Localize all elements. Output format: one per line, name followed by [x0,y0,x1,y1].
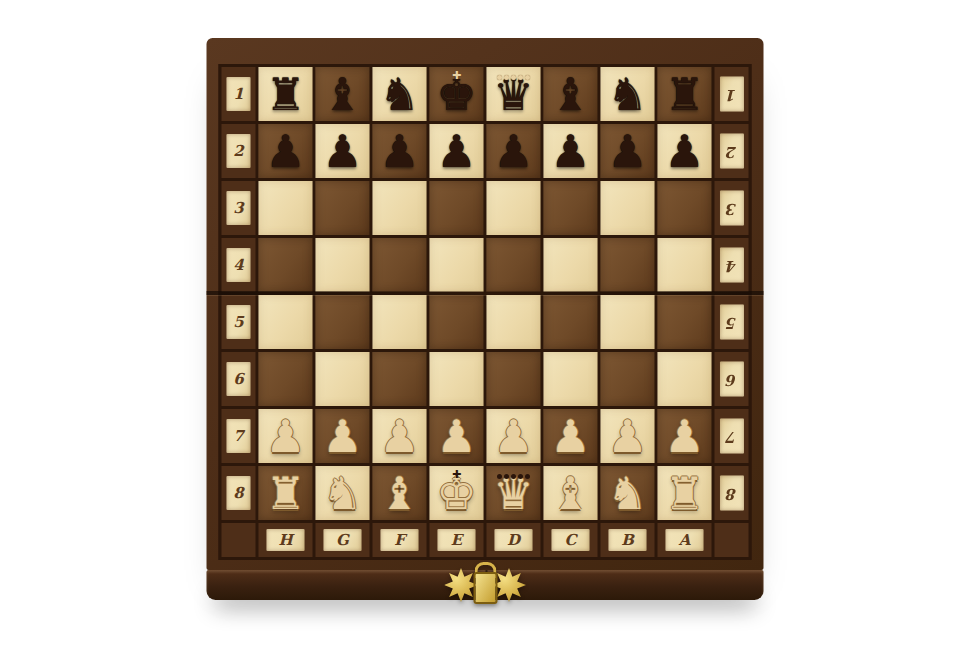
square-c8[interactable]: ♝ [544,466,598,520]
square-g2[interactable]: ♟ [316,124,370,178]
square-c5[interactable] [544,295,598,349]
file-label-H: H [259,523,313,557]
square-g3[interactable] [316,181,370,235]
file-label-text: F [380,529,419,551]
square-b7[interactable]: ♟ [601,409,655,463]
piece-dark-rook[interactable]: ♜ [664,72,704,117]
queen-coronet-balls-icon [497,474,530,479]
square-h7[interactable]: ♟ [259,409,313,463]
square-a8[interactable]: ♜ [658,466,712,520]
square-d6[interactable] [487,352,541,406]
rank-label-text: 6 [719,362,743,397]
piece-light-rook[interactable]: ♜ [265,471,305,516]
file-label-A: A [658,523,712,557]
piece-dark-pawn[interactable]: ♟ [436,129,476,174]
clasp-star-plate-icon [492,568,526,602]
square-h1[interactable]: ♜ [259,67,313,121]
piece-dark-knight[interactable]: ♞ [379,72,419,117]
rank-label-left-7: 7 [222,409,256,463]
square-h6[interactable] [259,352,313,406]
square-e5[interactable] [430,295,484,349]
piece-dark-pawn[interactable]: ♟ [379,129,419,174]
square-d2[interactable]: ♟ [487,124,541,178]
square-e8[interactable]: ♚✚ [430,466,484,520]
square-f8[interactable]: ♝ [373,466,427,520]
square-d7[interactable]: ♟ [487,409,541,463]
file-label-text: B [608,529,647,551]
square-b1[interactable]: ♞ [601,67,655,121]
piece-light-pawn[interactable]: ♟ [265,414,305,459]
piece-light-bishop[interactable]: ♝ [550,471,590,516]
square-g8[interactable]: ♞ [316,466,370,520]
square-g1[interactable]: ♝ [316,67,370,121]
square-d5[interactable] [487,295,541,349]
square-a5[interactable] [658,295,712,349]
piece-light-pawn[interactable]: ♟ [607,414,647,459]
square-h5[interactable] [259,295,313,349]
piece-light-knight[interactable]: ♞ [607,471,647,516]
file-label-text: G [323,529,362,551]
square-e2[interactable]: ♟ [430,124,484,178]
square-d4[interactable] [487,238,541,292]
rank-label-text: 1 [226,77,250,112]
rank-label-left-6: 6 [222,352,256,406]
square-h2[interactable]: ♟ [259,124,313,178]
rank-label-right-3: 3 [715,181,749,235]
square-d1[interactable]: ♛ [487,67,541,121]
rank-label-left-2: 2 [222,124,256,178]
file-label-text: C [551,529,590,551]
chess-board-frame: 1234567812345678HGFEDCBA♜♝♞♚✚♛♝♞♜♟♟♟♟♟♟♟… [207,38,764,570]
rank-label-text: 5 [719,305,743,340]
file-label-text: D [494,529,533,551]
piece-dark-bishop[interactable]: ♝ [550,72,590,117]
chess-board: 1234567812345678HGFEDCBA♜♝♞♚✚♛♝♞♜♟♟♟♟♟♟♟… [219,64,752,560]
square-g6[interactable] [316,352,370,406]
brass-clasp [441,562,529,608]
square-c6[interactable] [544,352,598,406]
square-h3[interactable] [259,181,313,235]
rank-label-text: 1 [719,77,743,112]
square-e1[interactable]: ♚✚ [430,67,484,121]
square-c1[interactable]: ♝ [544,67,598,121]
rank-label-text: 2 [719,134,743,169]
rank-label-right-7: 7 [715,409,749,463]
piece-light-pawn[interactable]: ♟ [436,414,476,459]
rank-label-text: 3 [719,191,743,226]
piece-dark-rook[interactable]: ♜ [265,72,305,117]
rank-label-left-1: 1 [222,67,256,121]
square-e7[interactable]: ♟ [430,409,484,463]
rank-label-right-1: 1 [715,67,749,121]
square-b6[interactable] [601,352,655,406]
square-f6[interactable] [373,352,427,406]
file-label-text: H [266,529,305,551]
rank-label-text: 4 [226,248,250,283]
piece-dark-pawn[interactable]: ♟ [265,129,305,174]
king-cross-finial-icon: ✚ [452,70,461,81]
rank-label-text: 3 [226,191,250,226]
square-a1[interactable]: ♜ [658,67,712,121]
piece-dark-pawn[interactable]: ♟ [493,129,533,174]
square-a3[interactable] [658,181,712,235]
chess-set: 1234567812345678HGFEDCBA♜♝♞♚✚♛♝♞♜♟♟♟♟♟♟♟… [207,38,764,600]
square-a7[interactable]: ♟ [658,409,712,463]
piece-light-pawn[interactable]: ♟ [664,414,704,459]
square-f1[interactable]: ♞ [373,67,427,121]
square-d3[interactable] [487,181,541,235]
rank-label-text: 2 [226,134,250,169]
piece-dark-pawn[interactable]: ♟ [607,129,647,174]
file-label-E: E [430,523,484,557]
square-g4[interactable] [316,238,370,292]
rank-label-text: 4 [719,248,743,283]
file-label-B: B [601,523,655,557]
square-f4[interactable] [373,238,427,292]
square-c3[interactable] [544,181,598,235]
rank-label-right-5: 5 [715,295,749,349]
square-g5[interactable] [316,295,370,349]
square-a2[interactable]: ♟ [658,124,712,178]
square-c2[interactable]: ♟ [544,124,598,178]
file-label-F: F [373,523,427,557]
file-label-D: D [487,523,541,557]
rank-label-right-4: 4 [715,238,749,292]
clasp-buckle-icon [473,572,497,604]
piece-dark-pawn[interactable]: ♟ [550,129,590,174]
piece-light-pawn[interactable]: ♟ [322,414,362,459]
square-g7[interactable]: ♟ [316,409,370,463]
square-f2[interactable]: ♟ [373,124,427,178]
rank-label-left-5: 5 [222,295,256,349]
square-f7[interactable]: ♟ [373,409,427,463]
rank-label-right-2: 2 [715,124,749,178]
square-d8[interactable]: ♛ [487,466,541,520]
piece-light-pawn[interactable]: ♟ [550,414,590,459]
file-label-text: E [437,529,476,551]
rank-label-right-6: 6 [715,352,749,406]
rank-label-text: 8 [719,476,743,511]
file-label-text: A [665,529,704,551]
square-b8[interactable]: ♞ [601,466,655,520]
rank-label-text: 8 [226,476,250,511]
rank-label-left-8: 8 [222,466,256,520]
piece-light-pawn[interactable]: ♟ [379,414,419,459]
frame-corner [715,523,749,557]
product-photo-stage: 1234567812345678HGFEDCBA♜♝♞♚✚♛♝♞♜♟♟♟♟♟♟♟… [0,0,970,647]
rank-label-text: 7 [719,419,743,454]
piece-light-knight[interactable]: ♞ [322,471,362,516]
square-c7[interactable]: ♟ [544,409,598,463]
square-f3[interactable] [373,181,427,235]
square-a6[interactable] [658,352,712,406]
rank-label-text: 6 [226,362,250,397]
rank-label-left-3: 3 [222,181,256,235]
square-b3[interactable] [601,181,655,235]
square-c4[interactable] [544,238,598,292]
rank-label-text: 7 [226,419,250,454]
fold-seam-line [207,291,764,295]
piece-dark-bishop[interactable]: ♝ [322,72,362,117]
square-b4[interactable] [601,238,655,292]
piece-dark-pawn[interactable]: ♟ [664,129,704,174]
file-label-G: G [316,523,370,557]
piece-light-pawn[interactable]: ♟ [493,414,533,459]
king-cross-finial-icon: ✚ [452,469,461,480]
square-f5[interactable] [373,295,427,349]
piece-dark-pawn[interactable]: ♟ [322,129,362,174]
rank-label-right-8: 8 [715,466,749,520]
square-e3[interactable] [430,181,484,235]
piece-light-rook[interactable]: ♜ [664,471,704,516]
file-label-C: C [544,523,598,557]
square-h8[interactable]: ♜ [259,466,313,520]
piece-light-bishop[interactable]: ♝ [379,471,419,516]
queen-coronet-balls-icon [497,75,530,80]
square-e4[interactable] [430,238,484,292]
square-h4[interactable] [259,238,313,292]
rank-label-text: 5 [226,305,250,340]
square-a4[interactable] [658,238,712,292]
piece-dark-knight[interactable]: ♞ [607,72,647,117]
square-b2[interactable]: ♟ [601,124,655,178]
square-b5[interactable] [601,295,655,349]
rank-label-left-4: 4 [222,238,256,292]
square-e6[interactable] [430,352,484,406]
board-front-edge [207,570,764,600]
frame-corner [222,523,256,557]
